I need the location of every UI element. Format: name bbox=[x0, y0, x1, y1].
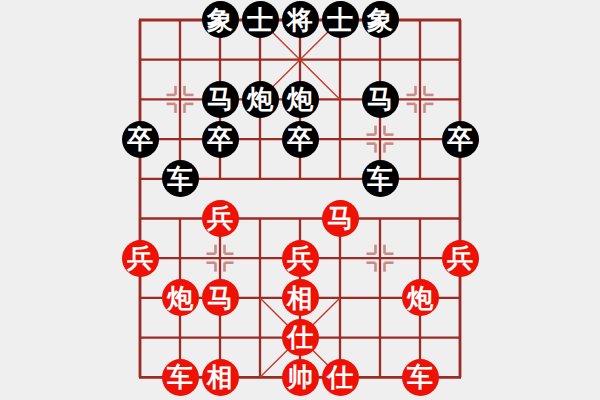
intersection-6-6[interactable] bbox=[360, 238, 400, 278]
intersection-4-1[interactable] bbox=[280, 40, 320, 80]
intersection-4-4[interactable] bbox=[280, 159, 320, 199]
intersection-7-5[interactable] bbox=[400, 199, 440, 239]
intersection-8-4[interactable] bbox=[440, 159, 480, 199]
intersection-6-4[interactable]: 车 bbox=[360, 159, 400, 199]
piece-black-horse[interactable]: 马 bbox=[362, 81, 399, 118]
intersection-0-3[interactable]: 卒 bbox=[120, 119, 160, 159]
intersection-5-0[interactable]: 士 bbox=[320, 0, 360, 40]
intersection-4-5[interactable] bbox=[280, 199, 320, 239]
intersection-7-6[interactable] bbox=[400, 238, 440, 278]
intersection-3-2[interactable]: 炮 bbox=[240, 80, 280, 120]
intersection-6-8[interactable] bbox=[360, 318, 400, 358]
piece-black-soldier[interactable]: 卒 bbox=[442, 121, 479, 158]
piece-black-chariot[interactable]: 车 bbox=[162, 160, 199, 197]
piece-red-cannon[interactable]: 炮 bbox=[162, 279, 199, 316]
intersection-2-5[interactable]: 兵 bbox=[200, 199, 240, 239]
intersection-8-1[interactable] bbox=[440, 40, 480, 80]
intersection-4-8[interactable]: 仕 bbox=[280, 318, 320, 358]
intersection-1-1[interactable] bbox=[160, 40, 200, 80]
intersection-1-2[interactable] bbox=[160, 80, 200, 120]
intersection-8-5[interactable] bbox=[440, 199, 480, 239]
intersection-6-9[interactable] bbox=[360, 357, 400, 397]
intersection-3-3[interactable] bbox=[240, 119, 280, 159]
piece-red-elephant[interactable]: 相 bbox=[282, 279, 319, 316]
piece-red-horse[interactable]: 马 bbox=[202, 279, 239, 316]
intersection-6-1[interactable] bbox=[360, 40, 400, 80]
intersection-3-5[interactable] bbox=[240, 199, 280, 239]
intersection-3-4[interactable] bbox=[240, 159, 280, 199]
intersection-2-4[interactable] bbox=[200, 159, 240, 199]
piece-black-cannon[interactable]: 炮 bbox=[282, 81, 319, 118]
intersection-1-7[interactable]: 炮 bbox=[160, 278, 200, 318]
intersection-4-0[interactable]: 将 bbox=[280, 0, 320, 40]
intersection-3-0[interactable]: 士 bbox=[240, 0, 280, 40]
intersection-5-2[interactable] bbox=[320, 80, 360, 120]
intersection-3-8[interactable] bbox=[240, 318, 280, 358]
intersection-5-3[interactable] bbox=[320, 119, 360, 159]
intersection-8-2[interactable] bbox=[440, 80, 480, 120]
piece-red-soldier[interactable]: 兵 bbox=[202, 200, 239, 237]
intersection-6-0[interactable]: 象 bbox=[360, 0, 400, 40]
intersection-4-2[interactable]: 炮 bbox=[280, 80, 320, 120]
intersection-3-1[interactable] bbox=[240, 40, 280, 80]
intersection-4-7[interactable]: 相 bbox=[280, 278, 320, 318]
piece-black-elephant[interactable]: 象 bbox=[362, 1, 399, 38]
intersection-1-8[interactable] bbox=[160, 318, 200, 358]
intersection-3-6[interactable] bbox=[240, 238, 280, 278]
intersection-7-4[interactable] bbox=[400, 159, 440, 199]
xiangqi-board: 象士将士象马炮炮马卒卒卒卒车车兵马兵兵兵炮马相炮仕车相帅仕车 bbox=[0, 0, 600, 400]
intersection-8-3[interactable]: 卒 bbox=[440, 119, 480, 159]
intersection-6-2[interactable]: 马 bbox=[360, 80, 400, 120]
intersection-2-3[interactable]: 卒 bbox=[200, 119, 240, 159]
intersection-8-9[interactable] bbox=[440, 357, 480, 397]
piece-black-advisor[interactable]: 士 bbox=[242, 1, 279, 38]
piece-black-chariot[interactable]: 车 bbox=[362, 160, 399, 197]
intersection-1-3[interactable] bbox=[160, 119, 200, 159]
intersection-2-6[interactable] bbox=[200, 238, 240, 278]
piece-red-general[interactable]: 帅 bbox=[282, 359, 319, 396]
intersection-2-0[interactable]: 象 bbox=[200, 0, 240, 40]
intersection-2-9[interactable]: 相 bbox=[200, 357, 240, 397]
piece-red-soldier[interactable]: 兵 bbox=[442, 240, 479, 277]
intersection-7-9[interactable]: 车 bbox=[400, 357, 440, 397]
piece-red-soldier[interactable]: 兵 bbox=[122, 240, 159, 277]
intersection-1-6[interactable] bbox=[160, 238, 200, 278]
piece-black-soldier[interactable]: 卒 bbox=[122, 121, 159, 158]
piece-black-soldier[interactable]: 卒 bbox=[282, 121, 319, 158]
intersection-8-7[interactable] bbox=[440, 278, 480, 318]
intersection-1-9[interactable]: 车 bbox=[160, 357, 200, 397]
board-intersections: 象士将士象马炮炮马卒卒卒卒车车兵马兵兵兵炮马相炮仕车相帅仕车 bbox=[120, 0, 480, 397]
piece-red-chariot[interactable]: 车 bbox=[402, 359, 439, 396]
intersection-0-6[interactable]: 兵 bbox=[120, 238, 160, 278]
piece-black-elephant[interactable]: 象 bbox=[202, 1, 239, 38]
intersection-7-3[interactable] bbox=[400, 119, 440, 159]
piece-black-general[interactable]: 将 bbox=[282, 1, 319, 38]
intersection-2-2[interactable]: 马 bbox=[200, 80, 240, 120]
intersection-0-5[interactable] bbox=[120, 199, 160, 239]
intersection-2-1[interactable] bbox=[200, 40, 240, 80]
intersection-0-7[interactable] bbox=[120, 278, 160, 318]
intersection-3-7[interactable] bbox=[240, 278, 280, 318]
intersection-4-3[interactable]: 卒 bbox=[280, 119, 320, 159]
intersection-7-2[interactable] bbox=[400, 80, 440, 120]
intersection-0-0[interactable] bbox=[120, 0, 160, 40]
intersection-0-1[interactable] bbox=[120, 40, 160, 80]
intersection-6-3[interactable] bbox=[360, 119, 400, 159]
intersection-8-0[interactable] bbox=[440, 0, 480, 40]
intersection-3-9[interactable] bbox=[240, 357, 280, 397]
intersection-5-6[interactable] bbox=[320, 238, 360, 278]
intersection-7-8[interactable] bbox=[400, 318, 440, 358]
intersection-6-5[interactable] bbox=[360, 199, 400, 239]
piece-black-cannon[interactable]: 炮 bbox=[242, 81, 279, 118]
intersection-7-1[interactable] bbox=[400, 40, 440, 80]
intersection-4-6[interactable]: 兵 bbox=[280, 238, 320, 278]
intersection-8-8[interactable] bbox=[440, 318, 480, 358]
intersection-0-9[interactable] bbox=[120, 357, 160, 397]
intersection-2-8[interactable] bbox=[200, 318, 240, 358]
intersection-2-7[interactable]: 马 bbox=[200, 278, 240, 318]
piece-black-advisor[interactable]: 士 bbox=[322, 1, 359, 38]
intersection-5-7[interactable] bbox=[320, 278, 360, 318]
intersection-5-5[interactable]: 马 bbox=[320, 199, 360, 239]
intersection-8-6[interactable]: 兵 bbox=[440, 238, 480, 278]
piece-red-advisor[interactable]: 仕 bbox=[282, 319, 319, 356]
intersection-7-0[interactable] bbox=[400, 0, 440, 40]
intersection-5-1[interactable] bbox=[320, 40, 360, 80]
intersection-1-0[interactable] bbox=[160, 0, 200, 40]
intersection-5-4[interactable] bbox=[320, 159, 360, 199]
piece-black-soldier[interactable]: 卒 bbox=[202, 121, 239, 158]
piece-red-advisor[interactable]: 仕 bbox=[322, 359, 359, 396]
intersection-0-8[interactable] bbox=[120, 318, 160, 358]
intersection-4-9[interactable]: 帅 bbox=[280, 357, 320, 397]
intersection-5-8[interactable] bbox=[320, 318, 360, 358]
intersection-7-7[interactable]: 炮 bbox=[400, 278, 440, 318]
piece-red-horse[interactable]: 马 bbox=[322, 200, 359, 237]
intersection-5-9[interactable]: 仕 bbox=[320, 357, 360, 397]
intersection-0-4[interactable] bbox=[120, 159, 160, 199]
piece-red-elephant[interactable]: 相 bbox=[202, 359, 239, 396]
piece-black-horse[interactable]: 马 bbox=[202, 81, 239, 118]
intersection-1-4[interactable]: 车 bbox=[160, 159, 200, 199]
piece-red-chariot[interactable]: 车 bbox=[162, 359, 199, 396]
piece-red-cannon[interactable]: 炮 bbox=[402, 279, 439, 316]
intersection-0-2[interactable] bbox=[120, 80, 160, 120]
piece-red-soldier[interactable]: 兵 bbox=[282, 240, 319, 277]
intersection-1-5[interactable] bbox=[160, 199, 200, 239]
intersection-6-7[interactable] bbox=[360, 278, 400, 318]
